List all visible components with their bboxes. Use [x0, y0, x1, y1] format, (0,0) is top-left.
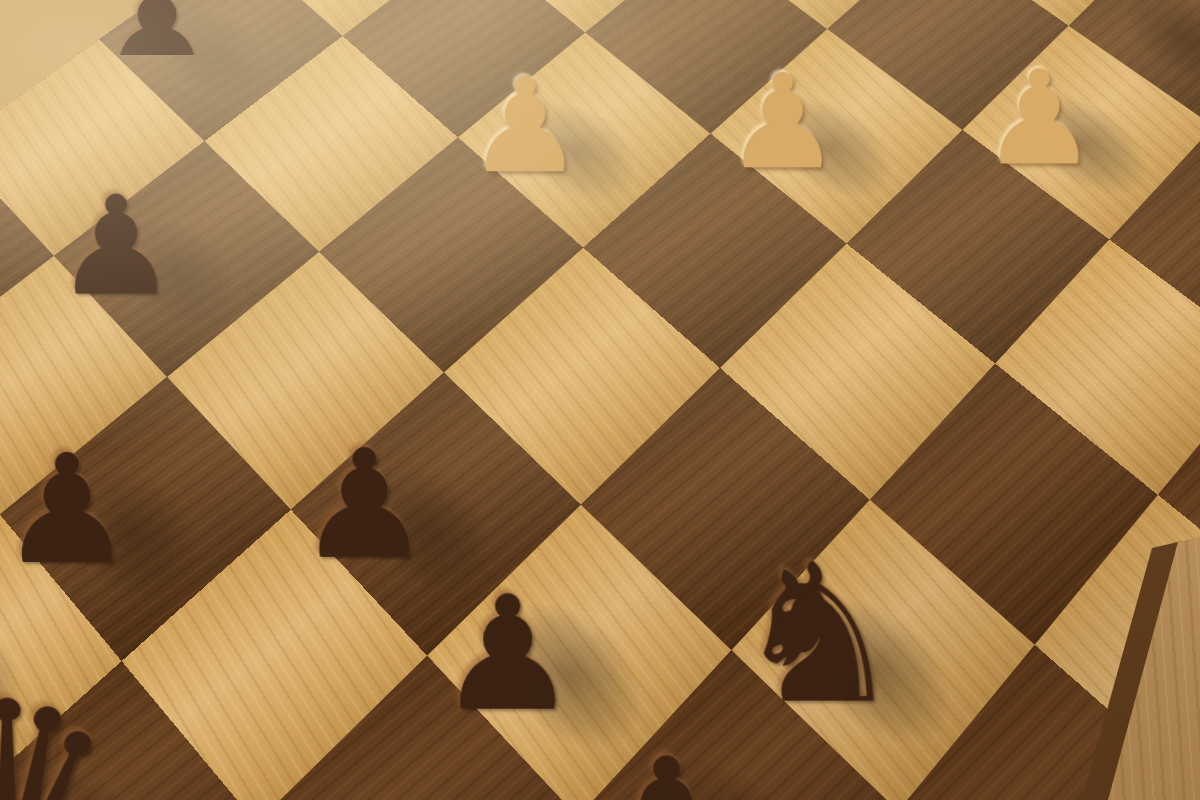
- black-pawn[interactable]: ♟: [436, 582, 578, 728]
- board-scene: ♛♚♟♟♟♟♞♟♟♟♟♟♟♛♝: [0, 0, 1200, 800]
- black-pawn[interactable]: ♟: [591, 744, 741, 800]
- black-knight[interactable]: ♞: [732, 546, 904, 722]
- white-pawn[interactable]: ♟: [723, 63, 840, 183]
- photo-stage: ♛♚♟♟♟♟♞♟♟♟♟♟♟♛♝: [0, 0, 1200, 800]
- black-pawn[interactable]: ♟: [100, 0, 213, 85]
- square-f5[interactable]: ♞: [731, 500, 1034, 800]
- black-pawn[interactable]: ♟: [54, 184, 177, 310]
- chess-board: ♛♚♟♟♟♟♞♟♟♟♟♟♟♛♝: [0, 0, 1200, 800]
- black-queen[interactable]: ♛: [0, 679, 119, 800]
- black-pawn[interactable]: ♟: [296, 436, 431, 574]
- white-pawn[interactable]: ♟: [980, 59, 1097, 179]
- black-pawn[interactable]: ♟: [0, 441, 134, 580]
- white-pawn[interactable]: ♟: [466, 66, 583, 186]
